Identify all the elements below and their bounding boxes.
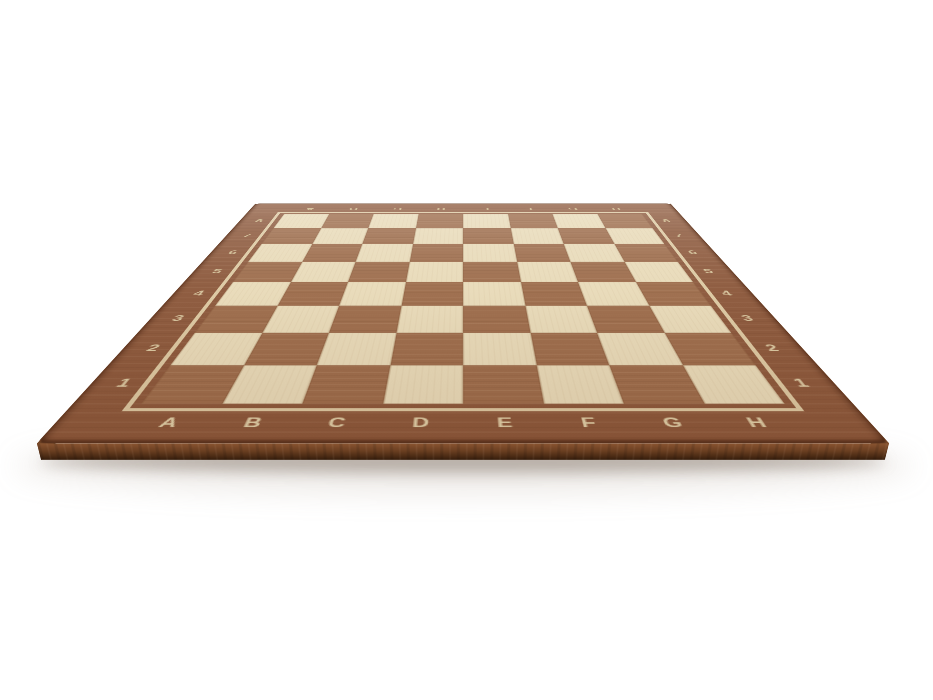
file-label-back-a: A [304, 207, 316, 211]
square-g4 [578, 282, 649, 305]
square-e8 [463, 214, 510, 228]
square-c5 [348, 262, 409, 282]
square-h2 [664, 333, 755, 365]
rank-label-right-7: 7 [673, 233, 685, 238]
rank-label-right-2: 2 [763, 343, 783, 353]
square-e4 [463, 282, 525, 305]
square-b1 [222, 365, 317, 404]
file-label-front-f: F [579, 416, 598, 431]
square-h4 [636, 282, 711, 305]
rank-label-left-1: 1 [113, 378, 136, 390]
square-c3 [329, 305, 401, 332]
file-label-front-b: B [241, 416, 265, 431]
square-g8 [553, 214, 606, 228]
square-c2 [317, 333, 396, 365]
square-d2 [390, 333, 463, 365]
square-c1 [302, 365, 390, 404]
square-f5 [517, 262, 578, 282]
file-label-back-c: C [392, 207, 402, 211]
board-rim-front [37, 443, 889, 460]
square-f6 [513, 244, 570, 262]
file-label-back-d: D [436, 207, 446, 211]
square-h8 [597, 214, 652, 228]
square-a4 [215, 282, 290, 305]
file-label-front-e: E [496, 416, 514, 431]
playing-field [142, 214, 785, 404]
square-b7 [312, 228, 368, 244]
rank-label-right-6: 6 [686, 250, 699, 256]
square-h5 [624, 262, 693, 282]
file-label-back-g: G [567, 207, 579, 211]
square-d5 [406, 262, 464, 282]
file-label-front-a: A [155, 416, 182, 431]
square-g3 [587, 305, 664, 332]
square-f2 [530, 333, 609, 365]
file-label-back-f: F [524, 207, 533, 211]
square-h7 [605, 228, 664, 244]
square-f8 [508, 214, 558, 228]
file-label-back-h: H [610, 207, 622, 211]
square-b3 [262, 305, 339, 332]
rank-label-right-8: 8 [661, 219, 672, 223]
square-h1 [682, 365, 784, 404]
rank-label-left-6: 6 [226, 250, 239, 256]
file-label-back-e: E [480, 207, 489, 211]
rank-label-right-3: 3 [739, 314, 757, 323]
rank-label-right-1: 1 [791, 378, 814, 390]
square-f1 [536, 365, 624, 404]
square-c8 [368, 214, 418, 228]
square-c4 [339, 282, 405, 305]
file-label-back-b: B [348, 207, 359, 211]
square-b2 [244, 333, 329, 365]
square-h3 [649, 305, 731, 332]
square-d1 [383, 365, 463, 404]
rank-label-left-5: 5 [210, 268, 224, 274]
square-d7 [413, 228, 463, 244]
square-c7 [362, 228, 415, 244]
rank-label-left-4: 4 [191, 290, 207, 297]
square-b8 [321, 214, 374, 228]
file-label-front-h: H [743, 416, 770, 431]
square-a8 [273, 214, 328, 228]
square-d6 [409, 244, 463, 262]
square-e2 [463, 333, 536, 365]
square-e1 [463, 365, 543, 404]
square-a3 [195, 305, 277, 332]
square-g1 [609, 365, 704, 404]
photo-stage: AABBCCDDEEFFGGHH1122334455667788 [0, 0, 933, 700]
rank-label-left-7: 7 [241, 233, 253, 238]
square-b4 [277, 282, 348, 305]
rank-label-left-8: 8 [254, 219, 265, 223]
rank-label-right-4: 4 [719, 290, 735, 297]
square-e7 [463, 228, 513, 244]
square-d8 [416, 214, 463, 228]
square-a1 [142, 365, 244, 404]
file-label-front-c: C [326, 416, 348, 431]
file-label-front-d: D [411, 416, 430, 431]
square-a2 [171, 333, 262, 365]
square-d4 [401, 282, 463, 305]
square-b5 [291, 262, 356, 282]
square-h6 [614, 244, 678, 262]
square-f4 [521, 282, 587, 305]
file-label-front-g: G [660, 416, 686, 431]
square-e3 [463, 305, 530, 332]
rank-label-left-2: 2 [143, 343, 163, 353]
board-top-surface: AABBCCDDEEFFGGHH1122334455667788 [37, 203, 889, 443]
square-f3 [525, 305, 597, 332]
square-f7 [510, 228, 563, 244]
square-g2 [597, 333, 682, 365]
square-e6 [463, 244, 517, 262]
square-e5 [463, 262, 521, 282]
perspective-scene: AABBCCDDEEFFGGHH1122334455667788 [0, 0, 933, 700]
square-c6 [356, 244, 413, 262]
square-d3 [396, 305, 463, 332]
chess-board: AABBCCDDEEFFGGHH1122334455667788 [37, 203, 889, 443]
rank-label-right-5: 5 [702, 268, 716, 274]
rank-label-left-3: 3 [169, 314, 187, 323]
square-b6 [302, 244, 362, 262]
